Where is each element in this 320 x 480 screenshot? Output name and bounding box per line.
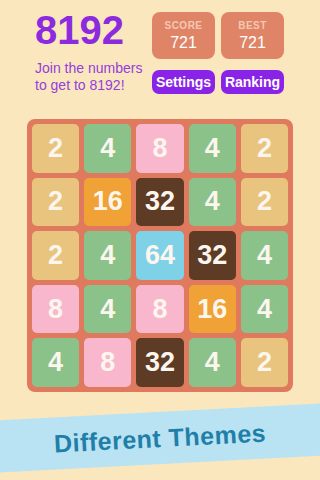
app-screen: 8192 Join the numbers to get to 8192! SC… [0,0,320,480]
themes-banner-text: Different Themes [53,418,266,458]
tile-r2c5: 2 [241,178,288,227]
themes-banner: Different Themes [0,403,320,473]
tile-r2c4: 4 [189,178,236,227]
board[interactable]: 2484221632422464324848164483242 [27,119,293,392]
stats-row: SCORE 721 BEST 721 [152,12,284,59]
settings-button[interactable]: Settings [152,70,215,94]
best-label: BEST [238,20,267,31]
tile-r1c2: 4 [84,124,131,173]
tile-r4c4: 16 [189,285,236,334]
score-value: 721 [170,34,197,52]
best-value: 721 [239,34,266,52]
tile-r5c4: 4 [189,338,236,387]
tile-r5c2: 8 [84,338,131,387]
subtitle-line1: Join the numbers [35,60,142,76]
tile-r1c3: 8 [136,124,183,173]
tile-r3c5: 4 [241,231,288,280]
app-title: 8192 [35,8,155,52]
score-label: SCORE [164,20,202,31]
tile-r2c1: 2 [32,178,79,227]
best-box: BEST 721 [221,12,284,59]
tile-r1c1: 2 [32,124,79,173]
tile-r4c2: 4 [84,285,131,334]
tile-r5c3: 32 [136,338,183,387]
tile-r3c2: 4 [84,231,131,280]
tile-r1c5: 2 [241,124,288,173]
app-subtitle: Join the numbers to get to 8192! [35,60,155,94]
tile-r2c2: 16 [84,178,131,227]
tile-r3c1: 2 [32,231,79,280]
tile-r4c1: 8 [32,285,79,334]
tile-r5c1: 4 [32,338,79,387]
tile-r1c4: 4 [189,124,236,173]
tile-r2c3: 32 [136,178,183,227]
tile-r5c5: 2 [241,338,288,387]
header-left: 8192 Join the numbers to get to 8192! [35,8,155,94]
subtitle-line2: to get to 8192! [35,77,125,93]
score-box: SCORE 721 [152,12,215,59]
ranking-button[interactable]: Ranking [221,70,284,94]
header-right: SCORE 721 BEST 721 Settings Ranking [152,12,284,94]
tile-r3c4: 32 [189,231,236,280]
buttons-row: Settings Ranking [152,70,284,94]
tile-r4c3: 8 [136,285,183,334]
tile-r3c3: 64 [136,231,183,280]
tile-r4c5: 4 [241,285,288,334]
